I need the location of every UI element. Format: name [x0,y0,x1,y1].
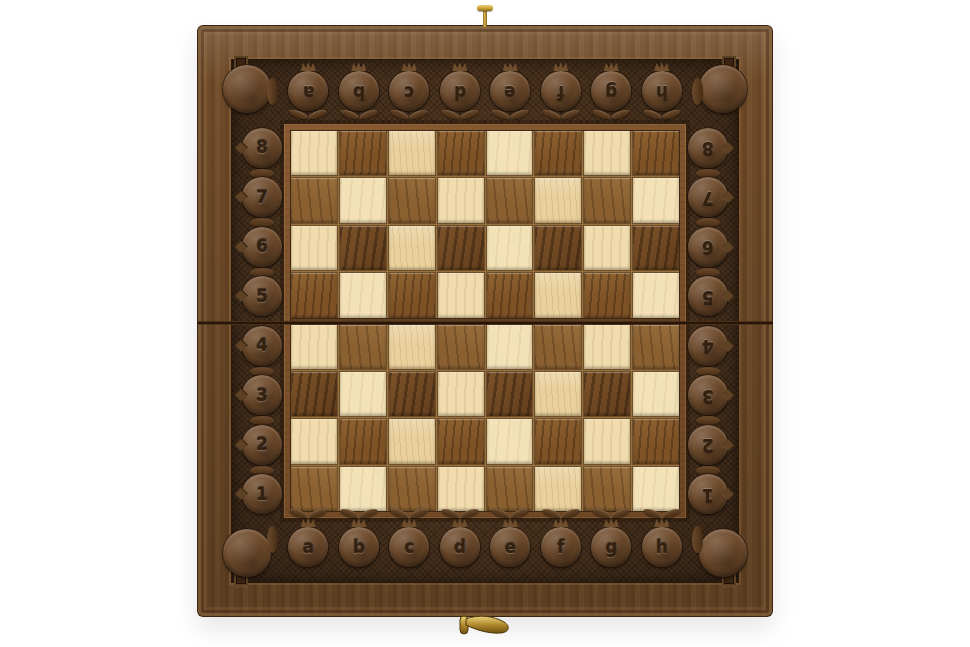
square-d1[interactable] [438,467,484,511]
square-f6[interactable] [535,226,581,270]
coord-cell: 5 [234,272,290,322]
coord-label: 5 [702,288,714,305]
square-d5[interactable] [438,273,484,317]
square-g7[interactable] [584,178,630,222]
square-b1[interactable] [340,467,386,511]
square-h2[interactable] [633,419,679,463]
leaf-carving-icon [441,111,479,119]
leaf-carving-icon [441,510,479,518]
coord-label: 1 [256,486,268,503]
pin-head-icon [477,5,493,11]
coord-medallion: 2 [242,425,282,465]
leaf-carving-icon [592,111,630,119]
square-a8[interactable] [291,131,337,175]
coord-medallion: 8 [688,128,728,168]
square-e5[interactable] [487,273,533,317]
carved-chess-box: abcdefgh abcdefgh 87654321 87654321 [197,25,773,617]
coord-label: f [557,83,564,100]
clasp-tongue-icon [466,616,508,633]
square-f5[interactable] [535,273,581,317]
crown-carving-icon [452,518,467,527]
crown-carving-icon [351,518,366,527]
coord-label: d [454,83,466,100]
coord-cell: 3 [680,371,736,421]
coord-cell: 6 [680,222,736,272]
crown-carving-icon [604,518,619,527]
square-b3[interactable] [340,372,386,416]
square-g2[interactable] [584,419,630,463]
square-a7[interactable] [291,178,337,222]
coord-cell: c [384,510,435,567]
leaf-carving-icon [542,111,580,119]
square-g4[interactable] [584,325,630,369]
leaf-carving-icon [592,510,630,518]
coord-cell: 6 [234,222,290,272]
coord-cell: 7 [234,173,290,223]
coord-cell: e [485,510,536,567]
square-f1[interactable] [535,467,581,511]
square-f7[interactable] [535,178,581,222]
leaf-carving-icon [390,111,428,119]
coord-label: 6 [256,238,268,255]
crown-carving-icon [604,62,619,71]
coord-label: 2 [702,436,714,453]
square-d6[interactable] [438,226,484,270]
coord-medallion: f [541,71,581,111]
coord-medallion: b [339,527,379,567]
coord-label: 5 [256,288,268,305]
coord-label: c [404,539,414,556]
square-h5[interactable] [633,273,679,317]
square-c2[interactable] [389,419,435,463]
coord-cell: h [637,62,688,119]
coord-cell: 1 [680,470,736,520]
square-b4[interactable] [340,325,386,369]
square-e2[interactable] [487,419,533,463]
coord-label: 7 [702,189,714,206]
square-d2[interactable] [438,419,484,463]
leaf-carving-icon [289,111,327,119]
coord-label: a [303,83,314,100]
coord-label: f [557,539,564,556]
crown-carving-icon [654,518,669,527]
coord-label: 8 [702,139,714,156]
square-a2[interactable] [291,419,337,463]
coord-label: 7 [256,189,268,206]
square-g6[interactable] [584,226,630,270]
coord-label: e [504,83,516,100]
square-d7[interactable] [438,178,484,222]
crown-carving-icon [553,518,568,527]
fold-seam [197,321,773,325]
square-c8[interactable] [389,131,435,175]
coord-medallion: g [591,71,631,111]
crown-carving-icon [654,62,669,71]
corner-medallion [699,529,747,577]
coord-medallion: 4 [242,326,282,366]
coord-medallion: d [440,71,480,111]
square-e8[interactable] [487,131,533,175]
coord-label: g [605,83,617,100]
leaf-carving-icon [643,111,681,119]
coord-medallion: 6 [688,227,728,267]
coord-medallion: 7 [242,177,282,217]
file-labels-bottom: abcdefgh [283,510,687,567]
square-h4[interactable] [633,325,679,369]
square-f2[interactable] [535,419,581,463]
square-f8[interactable] [535,131,581,175]
coord-cell: e [485,62,536,119]
coord-medallion: 5 [688,276,728,316]
coord-label: 8 [256,139,268,156]
coord-medallion: a [288,527,328,567]
coord-medallion: 7 [688,177,728,217]
coord-medallion: 4 [688,326,728,366]
leaf-carving-icon [491,111,529,119]
square-a4[interactable] [291,325,337,369]
leaf-carving-icon [390,510,428,518]
coord-cell: d [435,510,486,567]
coord-cell: a [283,510,334,567]
coord-cell: d [435,62,486,119]
coord-medallion: c [389,71,429,111]
corner-medallion [223,529,271,577]
coord-medallion: h [642,527,682,567]
square-c1[interactable] [389,467,435,511]
coord-label: h [656,83,668,100]
crown-carving-icon [452,62,467,71]
coord-medallion: a [288,71,328,111]
board-upper-half [291,131,679,318]
coord-label: 4 [256,337,268,354]
board-lower-half [291,325,679,512]
square-a3[interactable] [291,372,337,416]
coord-medallion: f [541,527,581,567]
coord-label: g [605,539,617,556]
coord-cell: f [536,62,587,119]
crown-carving-icon [503,62,518,71]
square-e6[interactable] [487,226,533,270]
square-g1[interactable] [584,467,630,511]
brass-hinge-pin [476,5,494,28]
square-b7[interactable] [340,178,386,222]
coord-medallion: 3 [242,375,282,415]
square-d3[interactable] [438,372,484,416]
square-h8[interactable] [633,131,679,175]
square-b6[interactable] [340,226,386,270]
crown-carving-icon [301,62,316,71]
coord-cell: a [283,62,334,119]
coord-medallion: 2 [688,425,728,465]
coord-cell: 5 [680,272,736,322]
square-c6[interactable] [389,226,435,270]
square-g3[interactable] [584,372,630,416]
square-b2[interactable] [340,419,386,463]
leaf-carving-icon [491,510,529,518]
square-e3[interactable] [487,372,533,416]
file-labels-top: abcdefgh [283,62,687,119]
coord-cell: g [586,510,637,567]
coord-label: 1 [702,486,714,503]
square-a1[interactable] [291,467,337,511]
coord-label: c [404,83,414,100]
leaf-carving-icon [542,510,580,518]
coord-medallion: 1 [688,474,728,514]
crown-carving-icon [402,62,417,71]
coord-cell: b [334,510,385,567]
coord-medallion: b [339,71,379,111]
coord-medallion: 3 [688,375,728,415]
leaf-carving-icon [340,111,378,119]
coord-medallion: 6 [242,227,282,267]
leaf-carving-icon [289,510,327,518]
coord-cell: 8 [680,123,736,173]
coord-cell: 4 [234,321,290,371]
crown-carving-icon [402,518,417,527]
coord-cell: 8 [234,123,290,173]
coord-label: 3 [702,387,714,404]
coord-label: 6 [702,238,714,255]
coord-label: a [303,539,314,556]
coord-medallion: d [440,527,480,567]
coord-medallion: e [490,527,530,567]
coord-medallion: g [591,527,631,567]
coord-label: 3 [256,387,268,404]
coord-label: h [656,539,668,556]
square-h7[interactable] [633,178,679,222]
square-e4[interactable] [487,325,533,369]
coord-label: d [454,539,466,556]
square-c3[interactable] [389,372,435,416]
square-h3[interactable] [633,372,679,416]
corner-medallion [223,65,271,113]
square-a5[interactable] [291,273,337,317]
coord-cell: 4 [680,321,736,371]
coord-cell: b [334,62,385,119]
square-d8[interactable] [438,131,484,175]
coord-medallion: 8 [242,128,282,168]
coord-label: e [504,539,516,556]
square-g5[interactable] [584,273,630,317]
square-g8[interactable] [584,131,630,175]
square-c5[interactable] [389,273,435,317]
coord-medallion: e [490,71,530,111]
coord-cell: 1 [234,470,290,520]
square-d4[interactable] [438,325,484,369]
coord-cell: 2 [680,420,736,470]
coord-cell: g [586,62,637,119]
brass-clasp-hook [458,612,514,641]
coord-cell: f [536,510,587,567]
square-e1[interactable] [487,467,533,511]
coord-cell: 3 [234,371,290,421]
crown-carving-icon [301,518,316,527]
pin-stem-icon [483,9,487,27]
product-photo: abcdefgh abcdefgh 87654321 87654321 [0,0,970,647]
square-a6[interactable] [291,226,337,270]
square-c4[interactable] [389,325,435,369]
leaf-carving-icon [340,510,378,518]
leaf-carving-icon [643,510,681,518]
coord-label: 4 [702,337,714,354]
square-h1[interactable] [633,467,679,511]
coord-cell: 7 [680,173,736,223]
square-h6[interactable] [633,226,679,270]
coord-medallion: 1 [242,474,282,514]
square-b8[interactable] [340,131,386,175]
coord-label: b [353,83,365,100]
square-b5[interactable] [340,273,386,317]
crown-carving-icon [351,62,366,71]
coord-cell: c [384,62,435,119]
coord-medallion: h [642,71,682,111]
coord-label: 2 [256,436,268,453]
coord-label: b [353,539,365,556]
coord-medallion: 5 [242,276,282,316]
square-e7[interactable] [487,178,533,222]
coord-cell: 2 [234,420,290,470]
square-c7[interactable] [389,178,435,222]
square-f4[interactable] [535,325,581,369]
crown-carving-icon [503,518,518,527]
corner-medallion [699,65,747,113]
coord-medallion: c [389,527,429,567]
square-f3[interactable] [535,372,581,416]
crown-carving-icon [553,62,568,71]
